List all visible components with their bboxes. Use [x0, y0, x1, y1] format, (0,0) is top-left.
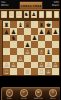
player-black-status: CPU Black: [45, 1, 59, 7]
square-d1[interactable]: ♕: [24, 68, 31, 75]
square-h1[interactable]: [52, 68, 59, 75]
square-a7[interactable]: ♟: [3, 28, 10, 35]
player-white-status: You White: [1, 1, 15, 7]
square-d8[interactable]: ♛: [24, 21, 31, 28]
square-f7[interactable]: ♟: [38, 28, 45, 35]
captured-white-piece: ♗: [9, 11, 13, 18]
square-e1[interactable]: [31, 68, 38, 75]
new-button-label: New: [7, 97, 12, 100]
undo-icon: ↶: [20, 89, 28, 97]
undo-button-label: Undo: [21, 97, 27, 100]
captured-black-piece: ♞: [24, 11, 28, 18]
square-a5[interactable]: [3, 41, 10, 48]
white-queen-piece: ♕: [25, 68, 30, 75]
square-a4[interactable]: [3, 48, 10, 55]
square-e2[interactable]: [31, 62, 38, 69]
square-b2[interactable]: ♙: [10, 62, 17, 69]
captured-white-piece: ♘: [2, 11, 6, 18]
square-e4[interactable]: [31, 48, 38, 55]
undo-button[interactable]: ↶Undo: [18, 89, 30, 100]
square-d3[interactable]: [24, 55, 31, 62]
captured-pieces-tray: ♘♗♙♞♟: [0, 10, 60, 20]
empty-tray-slot: [53, 10, 61, 19]
square-b4[interactable]: [10, 48, 17, 55]
captured-piece-slot: ♟: [30, 10, 38, 19]
chess-board: ♜♝♛♜♚♟♟♟♟♟♞♟♟♙♗♝♙♘♙♙♙♙♙♖♕♖♔: [2, 20, 60, 76]
menu-button[interactable]: ☰Menu: [47, 89, 59, 100]
new-icon: +: [6, 89, 14, 97]
square-h2[interactable]: ♙: [52, 62, 59, 69]
menu-icon: ☰: [49, 89, 57, 97]
settings-icon: ⚙: [35, 89, 43, 97]
settings-button-label: Settings: [34, 97, 43, 100]
bottom-toolbar: +New↶Undo⚙Settings☰Menu: [1, 87, 60, 100]
square-g4[interactable]: ♝: [45, 48, 52, 55]
square-c3[interactable]: ♙: [17, 55, 24, 62]
square-g1[interactable]: ♔: [45, 68, 52, 75]
square-c6[interactable]: [17, 35, 24, 42]
captured-black-piece: ♟: [32, 11, 36, 18]
square-c5[interactable]: [17, 41, 24, 48]
captured-white-piece: ♙: [17, 11, 21, 18]
square-h7[interactable]: ♟: [52, 28, 59, 35]
square-e6[interactable]: ♟: [31, 35, 38, 42]
app-title: CHESS FREE: [20, 4, 41, 8]
white-rook-piece: ♖: [39, 68, 44, 75]
menu-button-label: Menu: [50, 97, 56, 100]
captured-piece-slot: ♗: [8, 10, 16, 19]
settings-button[interactable]: ⚙Settings: [32, 89, 44, 100]
new-button[interactable]: +New: [3, 89, 15, 100]
square-g7[interactable]: ♟: [45, 28, 52, 35]
square-h5[interactable]: [52, 41, 59, 48]
square-a6[interactable]: [3, 35, 10, 42]
square-a1[interactable]: ♖: [3, 68, 10, 75]
square-h4[interactable]: [52, 48, 59, 55]
captured-piece-slot: ♘: [0, 10, 8, 19]
square-c7[interactable]: [17, 28, 24, 35]
square-b5[interactable]: [10, 41, 17, 48]
top-status-bar: You White CHESS FREE CPU Black: [0, 0, 60, 9]
empty-tray-slot: [38, 10, 46, 19]
captured-piece-slot: ♙: [15, 10, 23, 19]
square-e3[interactable]: [31, 55, 38, 62]
square-h6[interactable]: [52, 35, 59, 42]
white-king-piece: ♔: [46, 68, 51, 75]
square-e5[interactable]: [31, 41, 38, 48]
square-d7[interactable]: [24, 28, 31, 35]
empty-tray-slot: [45, 10, 53, 19]
player-white-side: White: [1, 4, 15, 7]
chess-app-screen: You White CHESS FREE CPU Black ♘♗♙♞♟ ♜♝♛…: [0, 0, 60, 100]
square-c1[interactable]: [17, 68, 24, 75]
square-c2[interactable]: [17, 62, 24, 69]
square-f1[interactable]: ♖: [38, 68, 45, 75]
wooden-board-frame: ♘♗♙♞♟ ♜♝♛♜♚♟♟♟♟♟♞♟♟♙♗♝♙♘♙♙♙♙♙♖♕♖♔: [0, 9, 60, 76]
square-c8[interactable]: ♝: [17, 21, 24, 28]
square-d4[interactable]: ♙: [24, 48, 31, 55]
square-b1[interactable]: [10, 68, 17, 75]
player-black-side: Black: [45, 4, 59, 7]
square-f6[interactable]: [38, 35, 45, 42]
square-b6[interactable]: ♞: [10, 35, 17, 42]
square-g6[interactable]: [45, 35, 52, 42]
captured-piece-slot: ♞: [23, 10, 31, 19]
square-e8[interactable]: [31, 21, 38, 28]
white-rook-piece: ♖: [4, 68, 9, 75]
